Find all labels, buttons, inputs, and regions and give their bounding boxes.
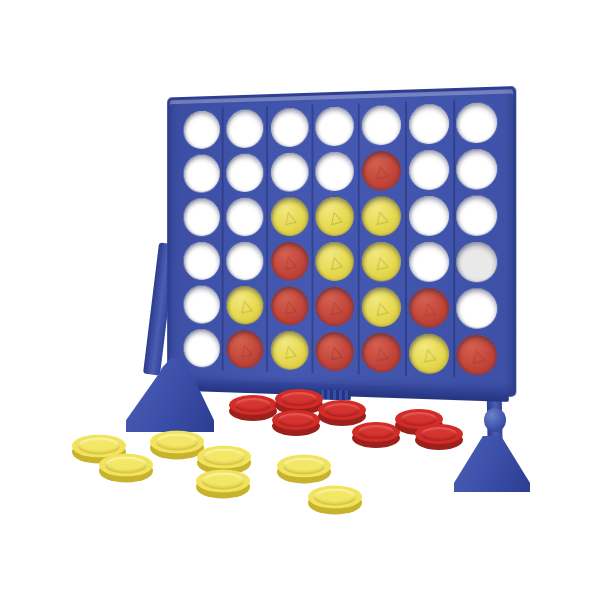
- empty-slot: [316, 152, 354, 192]
- chip-gear-face: [277, 455, 331, 478]
- empty-slot: [183, 242, 219, 280]
- disc-emboss-triangle-icon: △: [469, 345, 486, 364]
- cell-r4c6: [405, 239, 453, 285]
- yellow-disc: △: [409, 333, 449, 374]
- cell-r2c6: [405, 147, 453, 194]
- empty-slot: [271, 153, 309, 192]
- empty-slot: [409, 196, 449, 236]
- chip-gear-face: [275, 389, 323, 409]
- cell-r4c4: △: [312, 239, 358, 284]
- cell-r4c1: [180, 239, 223, 283]
- chip-gear-face: [352, 422, 400, 442]
- disc-emboss-triangle-icon: △: [327, 297, 343, 315]
- cell-r2c7: [453, 146, 502, 193]
- disc-emboss-triangle-icon: △: [238, 296, 253, 314]
- cell-r4c5: △: [358, 239, 405, 285]
- yellow-disc: △: [316, 197, 354, 236]
- cell-r1c1: [180, 107, 223, 152]
- disc-emboss-triangle-icon: △: [373, 161, 389, 180]
- cell-r3c4: △: [312, 194, 358, 239]
- cell-r2c4: [312, 149, 358, 195]
- empty-slot: [409, 104, 449, 145]
- cell-r5c1: [180, 283, 223, 327]
- red-disc: △: [227, 330, 264, 369]
- floor-chip-yellow: [150, 431, 204, 458]
- cell-r1c3: [267, 105, 312, 151]
- disc-emboss-triangle-icon: △: [282, 341, 297, 359]
- empty-slot: [183, 329, 219, 368]
- empty-slot: [316, 106, 354, 146]
- floor-chip-red: [415, 424, 463, 448]
- cell-r3c7: [453, 192, 502, 239]
- board-bottom-rail: [174, 379, 509, 402]
- floor-chip-red: [229, 395, 277, 419]
- chip-gear-face: [229, 395, 277, 415]
- empty-slot: [409, 242, 449, 282]
- empty-slot: [183, 110, 219, 149]
- cell-r2c1: [180, 151, 223, 195]
- cell-r6c3: △: [267, 328, 312, 374]
- cell-r1c5: [358, 102, 405, 149]
- floor-chip-yellow: [277, 455, 331, 482]
- disc-emboss-triangle-icon: △: [327, 252, 343, 270]
- cell-r6c7: △: [453, 331, 502, 379]
- cell-r4c7: [453, 239, 502, 286]
- yellow-disc: △: [362, 287, 401, 327]
- cell-r2c2: [223, 150, 267, 195]
- floor-chip-yellow: [99, 454, 153, 481]
- disc-emboss-triangle-icon: △: [421, 344, 437, 363]
- empty-slot: [183, 198, 219, 236]
- connect-four-board: △△△△△△△△△△△△△△△△△△: [167, 86, 516, 397]
- disc-emboss-triangle-icon: △: [327, 207, 343, 226]
- chip-gear-face: [196, 470, 250, 493]
- cell-r5c4: △: [312, 284, 358, 330]
- board-grid: △△△△△△△△△△△△△△△△△△: [180, 99, 501, 379]
- right-leg-pivot-knob: [484, 408, 506, 432]
- cell-r3c3: △: [267, 194, 312, 239]
- red-disc: △: [271, 286, 309, 325]
- cell-r5c7: [453, 285, 502, 332]
- empty-slot: [362, 105, 401, 145]
- chip-gear-face: [272, 410, 320, 430]
- empty-slot: [457, 102, 498, 143]
- chip-gear-face: [99, 454, 153, 477]
- cell-r1c2: [223, 106, 267, 151]
- red-disc: △: [316, 332, 354, 372]
- cell-r2c3: [267, 149, 312, 194]
- floor-chip-red: [318, 400, 366, 424]
- yellow-disc: △: [227, 286, 264, 325]
- yellow-disc: △: [271, 197, 309, 236]
- chip-gear-face: [318, 400, 366, 420]
- disc-emboss-triangle-icon: △: [373, 343, 389, 361]
- cell-r5c2: △: [223, 283, 267, 328]
- disc-emboss-triangle-icon: △: [373, 207, 389, 226]
- empty-slot: [457, 288, 498, 329]
- cell-r6c4: △: [312, 329, 358, 375]
- empty-slot: [183, 285, 219, 323]
- red-disc: △: [362, 151, 401, 191]
- empty-slot: [227, 109, 264, 148]
- red-disc: △: [362, 333, 401, 373]
- yellow-disc: △: [362, 242, 401, 282]
- chip-gear-face: [415, 424, 463, 444]
- empty-slot: [457, 242, 498, 282]
- disc-emboss-triangle-icon: △: [327, 342, 343, 360]
- disc-emboss-triangle-icon: △: [421, 298, 437, 317]
- cell-r6c6: △: [405, 330, 453, 377]
- empty-slot: [227, 198, 264, 236]
- floor-chip-yellow: [197, 446, 251, 473]
- empty-slot: [227, 242, 264, 280]
- floor-chip-red: [272, 410, 320, 434]
- right-leg-foot: [454, 436, 530, 492]
- chip-gear-face: [150, 431, 204, 454]
- cell-r4c3: △: [267, 239, 312, 284]
- cell-r3c6: [405, 193, 453, 239]
- cell-r1c7: [453, 99, 502, 147]
- yellow-disc: △: [316, 242, 354, 281]
- cell-r3c5: △: [358, 193, 405, 239]
- red-disc: △: [316, 287, 354, 327]
- chip-gear-face: [197, 446, 251, 469]
- cell-r3c2: [223, 195, 267, 239]
- red-disc: △: [409, 288, 449, 328]
- empty-slot: [183, 154, 219, 192]
- cell-r4c2: [223, 239, 267, 283]
- empty-slot: [457, 195, 498, 235]
- disc-emboss-triangle-icon: △: [238, 340, 253, 358]
- disc-emboss-triangle-icon: △: [282, 208, 297, 226]
- floor-chip-yellow: [308, 486, 362, 513]
- yellow-disc: △: [362, 196, 401, 236]
- cell-r5c3: △: [267, 283, 312, 328]
- cell-r1c4: [312, 103, 358, 149]
- empty-slot: [271, 108, 309, 148]
- empty-slot: [227, 153, 264, 192]
- red-disc: △: [457, 334, 498, 375]
- cell-r5c6: △: [405, 285, 453, 332]
- board-rail-latch: [322, 390, 352, 401]
- product-photo-stage: △△△△△△△△△△△△△△△△△△: [0, 0, 600, 600]
- red-disc: △: [271, 242, 309, 281]
- cell-r6c2: △: [223, 327, 267, 372]
- floor-chip-red: [352, 422, 400, 446]
- cell-r3c1: [180, 195, 223, 239]
- chip-gear-face: [308, 486, 362, 509]
- disc-emboss-triangle-icon: △: [282, 297, 297, 315]
- cell-r1c6: [405, 100, 453, 147]
- empty-slot: [457, 149, 498, 190]
- empty-slot: [409, 150, 449, 190]
- disc-emboss-triangle-icon: △: [373, 298, 389, 317]
- cell-r5c5: △: [358, 284, 405, 330]
- yellow-disc: △: [271, 331, 309, 371]
- cell-r2c5: △: [358, 148, 405, 194]
- cell-r6c5: △: [358, 329, 405, 376]
- disc-emboss-triangle-icon: △: [373, 252, 389, 271]
- floor-chip-yellow: [196, 470, 250, 497]
- disc-emboss-triangle-icon: △: [282, 252, 297, 270]
